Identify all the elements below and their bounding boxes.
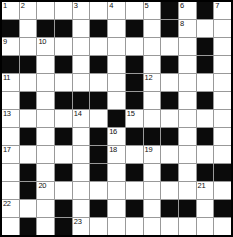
cell-r1c10[interactable]: 8	[179, 20, 196, 37]
cell-r3c12[interactable]	[214, 56, 231, 73]
cell-r7c6[interactable]: 16	[108, 128, 125, 145]
cell-r9c10[interactable]	[179, 164, 196, 181]
cell-r9c0[interactable]	[2, 164, 19, 181]
cell-r0c10[interactable]: 6	[179, 2, 196, 19]
cell-r10c7[interactable]	[126, 182, 143, 199]
cell-r0c8[interactable]: 5	[144, 2, 161, 19]
cell-r10c4[interactable]	[73, 182, 90, 199]
cell-r2c10[interactable]	[179, 38, 196, 55]
cell-r0c2[interactable]	[37, 2, 54, 19]
clue-number-3: 3	[74, 2, 78, 10]
cell-r8c6[interactable]: 18	[108, 146, 125, 163]
cell-r2c5[interactable]	[90, 38, 107, 55]
black-cell-r1c9	[161, 20, 178, 37]
black-cell-r1c2	[37, 20, 54, 37]
cell-r6c4[interactable]: 14	[73, 110, 90, 127]
black-cell-r11c3	[55, 200, 72, 217]
cell-r5c0[interactable]	[2, 92, 19, 109]
cell-r1c1[interactable]	[20, 20, 37, 37]
crossword-puzzle: 1234567891011121314151617181920212223	[0, 0, 233, 237]
cell-r1c11[interactable]	[197, 20, 214, 37]
black-cell-r11c7	[126, 200, 143, 217]
cell-r0c7[interactable]	[126, 2, 143, 19]
cell-r11c4[interactable]	[73, 200, 90, 217]
black-cell-r1c3	[55, 20, 72, 37]
black-cell-r9c5	[90, 164, 107, 181]
black-cell-r1c5	[90, 20, 107, 37]
cell-r9c8[interactable]	[144, 164, 161, 181]
black-cell-r3c0	[2, 56, 19, 73]
cell-r0c5[interactable]	[90, 2, 107, 19]
cell-r10c0[interactable]	[2, 182, 19, 199]
cell-r1c6[interactable]	[108, 20, 125, 37]
black-cell-r12c3	[55, 218, 72, 235]
cell-r4c5[interactable]	[90, 74, 107, 91]
black-cell-r5c7	[126, 92, 143, 109]
cell-r8c11[interactable]	[197, 146, 214, 163]
cell-r8c3[interactable]	[55, 146, 72, 163]
clue-number-21: 21	[198, 182, 206, 190]
clue-number-10: 10	[38, 38, 46, 46]
cell-r3c8[interactable]	[144, 56, 161, 73]
cell-r11c2[interactable]	[37, 200, 54, 217]
cell-r6c9[interactable]	[161, 110, 178, 127]
cell-r3c10[interactable]	[179, 56, 196, 73]
clue-number-5: 5	[145, 2, 149, 10]
black-cell-r9c3	[55, 164, 72, 181]
black-cell-r5c5	[90, 92, 107, 109]
cell-r11c0[interactable]: 22	[2, 200, 19, 217]
cell-r2c2[interactable]: 10	[37, 38, 54, 55]
cell-r2c4[interactable]	[73, 38, 90, 55]
black-cell-r11c10	[179, 200, 196, 217]
cell-r5c2[interactable]	[37, 92, 54, 109]
cell-r4c1[interactable]	[20, 74, 37, 91]
cell-r4c12[interactable]	[214, 74, 231, 91]
cell-r4c4[interactable]	[73, 74, 90, 91]
black-cell-r2c11	[197, 38, 214, 55]
cell-r6c10[interactable]	[179, 110, 196, 127]
cell-r6c7[interactable]: 15	[126, 110, 143, 127]
cell-r6c5[interactable]	[90, 110, 107, 127]
cell-r7c12[interactable]	[214, 128, 231, 145]
cell-r8c12[interactable]	[214, 146, 231, 163]
cell-r4c10[interactable]	[179, 74, 196, 91]
cell-r2c12[interactable]	[214, 38, 231, 55]
cell-r11c1[interactable]	[20, 200, 37, 217]
cell-r0c0[interactable]: 1	[2, 2, 19, 19]
cell-r10c3[interactable]	[55, 182, 72, 199]
cell-r4c11[interactable]	[197, 74, 214, 91]
black-cell-r7c9	[161, 128, 178, 145]
cell-r10c6[interactable]	[108, 182, 125, 199]
cell-r10c9[interactable]	[161, 182, 178, 199]
cell-r10c10[interactable]	[179, 182, 196, 199]
clue-number-13: 13	[3, 110, 11, 118]
cell-r12c4[interactable]: 23	[73, 218, 90, 235]
cell-r0c6[interactable]: 4	[108, 2, 125, 19]
black-cell-r3c9	[161, 56, 178, 73]
black-cell-r1c7	[126, 20, 143, 37]
clue-number-6: 6	[180, 2, 184, 10]
cell-r8c0[interactable]: 17	[2, 146, 19, 163]
cell-r5c8[interactable]	[144, 92, 161, 109]
clue-number-18: 18	[109, 146, 117, 154]
cell-r12c11[interactable]	[197, 218, 214, 235]
black-cell-r9c11	[197, 164, 214, 181]
cell-r9c6[interactable]	[108, 164, 125, 181]
cell-r6c8[interactable]	[144, 110, 161, 127]
black-cell-r3c7	[126, 56, 143, 73]
black-cell-r3c3	[55, 56, 72, 73]
clue-number-20: 20	[38, 182, 46, 190]
cell-r4c3[interactable]	[55, 74, 72, 91]
black-cell-r5c11	[197, 92, 214, 109]
cell-r10c12[interactable]	[214, 182, 231, 199]
cell-r1c8[interactable]	[144, 20, 161, 37]
cell-r12c10[interactable]	[179, 218, 196, 235]
clue-number-11: 11	[3, 74, 10, 82]
black-cell-r4c7	[126, 74, 143, 91]
cell-r12c9[interactable]	[161, 218, 178, 235]
clue-number-15: 15	[127, 110, 135, 118]
cell-r12c6[interactable]	[108, 218, 125, 235]
cell-r0c1[interactable]: 2	[20, 2, 37, 19]
black-cell-r12c1	[20, 218, 37, 235]
cell-r12c12[interactable]	[214, 218, 231, 235]
cell-r11c8[interactable]	[144, 200, 161, 217]
clue-number-22: 22	[3, 200, 11, 208]
cell-r8c4[interactable]	[73, 146, 90, 163]
black-cell-r9c1	[20, 164, 37, 181]
cell-r2c1[interactable]	[20, 38, 37, 55]
clue-number-9: 9	[3, 38, 7, 46]
black-cell-r3c11	[197, 56, 214, 73]
cell-r10c2[interactable]: 20	[37, 182, 54, 199]
cell-r11c11[interactable]	[197, 200, 214, 217]
cell-r12c8[interactable]	[144, 218, 161, 235]
black-cell-r7c5	[90, 128, 107, 145]
cell-r2c9[interactable]	[161, 38, 178, 55]
black-cell-r9c12	[214, 164, 231, 181]
cell-r12c2[interactable]	[37, 218, 54, 235]
cell-r2c0[interactable]: 9	[2, 38, 19, 55]
black-cell-r11c9	[161, 200, 178, 217]
cell-r1c4[interactable]	[73, 20, 90, 37]
black-cell-r1c0	[2, 20, 19, 37]
cell-r4c0[interactable]: 11	[2, 74, 19, 91]
cell-r10c8[interactable]	[144, 182, 161, 199]
cell-r8c9[interactable]	[161, 146, 178, 163]
cell-r10c11[interactable]: 21	[197, 182, 214, 199]
cell-r1c12[interactable]	[214, 20, 231, 37]
cell-r7c4[interactable]	[73, 128, 90, 145]
cell-r10c5[interactable]	[90, 182, 107, 199]
cell-r8c1[interactable]	[20, 146, 37, 163]
clue-number-14: 14	[74, 110, 82, 118]
cell-r2c6[interactable]	[108, 38, 125, 55]
cell-r6c12[interactable]	[214, 110, 231, 127]
cell-r2c3[interactable]	[55, 38, 72, 55]
cell-r12c7[interactable]	[126, 218, 143, 235]
clue-number-23: 23	[74, 218, 82, 226]
cell-r6c11[interactable]	[197, 110, 214, 127]
cell-r6c2[interactable]	[37, 110, 54, 127]
clue-number-1: 1	[3, 2, 7, 10]
cell-r8c10[interactable]	[179, 146, 196, 163]
cell-r4c2[interactable]	[37, 74, 54, 91]
cell-r8c2[interactable]	[37, 146, 54, 163]
clue-number-19: 19	[145, 146, 153, 154]
cell-r9c4[interactable]	[73, 164, 90, 181]
black-cell-r10c1	[20, 182, 37, 199]
clue-number-8: 8	[180, 20, 184, 28]
cell-r12c5[interactable]	[90, 218, 107, 235]
cell-r9c2[interactable]	[37, 164, 54, 181]
cell-r7c2[interactable]	[37, 128, 54, 145]
black-cell-r7c1	[20, 128, 37, 145]
cell-r3c4[interactable]	[73, 56, 90, 73]
crossword-grid: 1234567891011121314151617181920212223	[0, 0, 233, 237]
clue-number-16: 16	[109, 128, 117, 136]
black-cell-r5c3	[55, 92, 72, 109]
cell-r7c10[interactable]	[179, 128, 196, 145]
cell-r8c7[interactable]	[126, 146, 143, 163]
clue-number-4: 4	[109, 2, 113, 10]
black-cell-r3c5	[90, 56, 107, 73]
black-cell-r7c7	[126, 128, 143, 145]
cell-r3c6[interactable]	[108, 56, 125, 73]
cell-r11c6[interactable]	[108, 200, 125, 217]
cell-r7c0[interactable]	[2, 128, 19, 145]
cell-r5c12[interactable]	[214, 92, 231, 109]
cell-r0c3[interactable]	[55, 2, 72, 19]
black-cell-r7c8	[144, 128, 161, 145]
black-cell-r5c9	[161, 92, 178, 109]
clue-number-17: 17	[3, 146, 11, 154]
cell-r6c1[interactable]	[20, 110, 37, 127]
black-cell-r3c1	[20, 56, 37, 73]
cell-r4c8[interactable]: 12	[144, 74, 161, 91]
cell-r6c3[interactable]	[55, 110, 72, 127]
cell-r2c7[interactable]	[126, 38, 143, 55]
clue-number-7: 7	[215, 2, 219, 10]
clue-number-12: 12	[145, 74, 153, 82]
black-cell-r5c1	[20, 92, 37, 109]
black-cell-r5c4	[73, 92, 90, 109]
cell-r4c9[interactable]	[161, 74, 178, 91]
black-cell-r9c9	[161, 164, 178, 181]
black-cell-r11c12	[214, 200, 231, 217]
cell-r5c6[interactable]	[108, 92, 125, 109]
black-cell-r0c9	[161, 2, 178, 19]
cell-r4c6[interactable]	[108, 74, 125, 91]
black-cell-r7c3	[55, 128, 72, 145]
cell-r2c8[interactable]	[144, 38, 161, 55]
black-cell-r6c6	[108, 110, 125, 127]
cell-r5c10[interactable]	[179, 92, 196, 109]
black-cell-r11c5	[90, 200, 107, 217]
cell-r3c2[interactable]	[37, 56, 54, 73]
black-cell-r0c11	[197, 2, 214, 19]
cell-r0c4[interactable]: 3	[73, 2, 90, 19]
cell-r12c0[interactable]	[2, 218, 19, 235]
black-cell-r8c5	[90, 146, 107, 163]
black-cell-r9c7	[126, 164, 143, 181]
clue-number-2: 2	[21, 2, 25, 10]
cell-r0c12[interactable]: 7	[214, 2, 231, 19]
cell-r8c8[interactable]: 19	[144, 146, 161, 163]
black-cell-r7c11	[197, 128, 214, 145]
cell-r6c0[interactable]: 13	[2, 110, 19, 127]
